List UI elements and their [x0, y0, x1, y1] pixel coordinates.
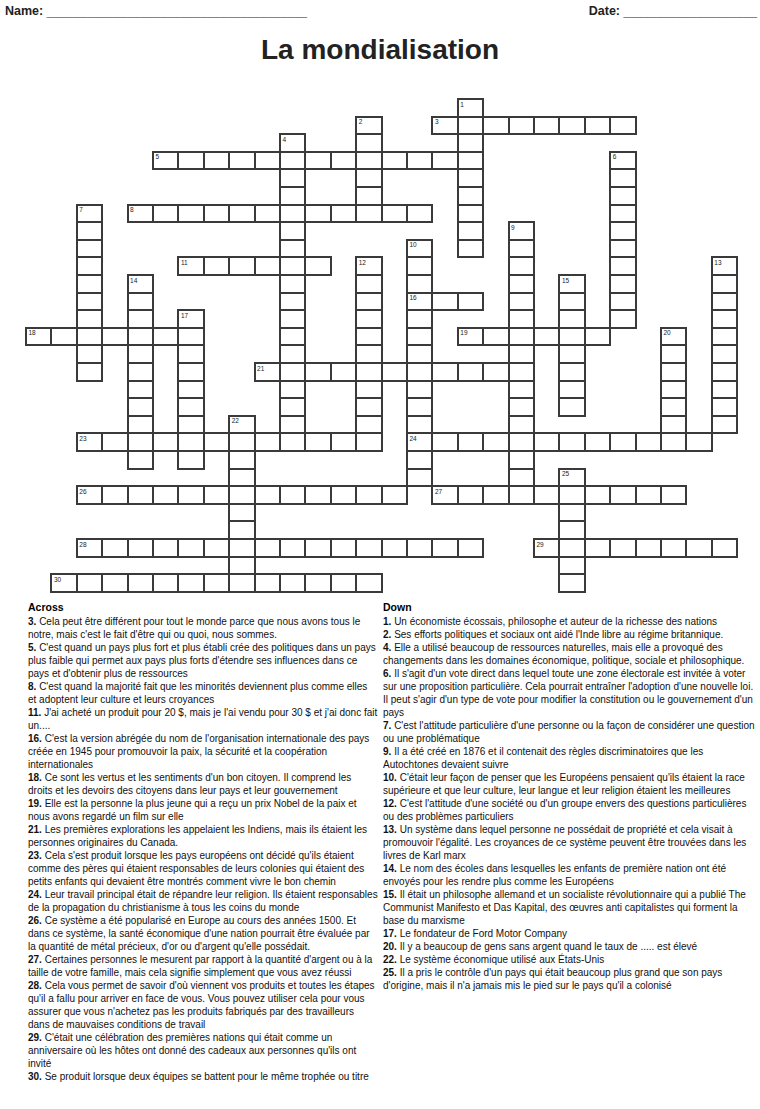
grid-cell[interactable]	[609, 485, 636, 505]
grid-cell[interactable]	[228, 256, 255, 276]
grid-cell[interactable]	[406, 151, 433, 171]
clue-list-number: 10.	[383, 772, 400, 783]
clue-list-number: 16.	[28, 733, 45, 744]
across-clue-21: 21. Les premières explorations les appel…	[28, 823, 378, 849]
grid-cell[interactable]	[177, 573, 204, 593]
across-clue-19: 19. Elle est la personne la plus jeune q…	[28, 797, 378, 823]
clue-list-number: 11.	[28, 707, 44, 718]
grid-cell[interactable]	[203, 485, 230, 505]
clue-list-number: 23.	[28, 850, 45, 861]
grid-cell[interactable]	[203, 256, 230, 276]
grid-cell[interactable]	[508, 485, 535, 505]
grid-cell[interactable]	[584, 116, 611, 136]
grid-cell[interactable]	[457, 432, 484, 452]
clue-list-number: 20.	[383, 941, 400, 952]
grid-cell[interactable]	[584, 432, 611, 452]
grid-cell[interactable]	[279, 538, 306, 558]
across-clue-28: 28. Cela vous permet de savoir d'où vien…	[28, 979, 378, 1031]
grid-cell[interactable]	[431, 151, 458, 171]
grid-cell[interactable]	[304, 538, 331, 558]
grid-cell[interactable]	[254, 362, 281, 382]
grid-cell[interactable]	[101, 327, 128, 347]
clue-list-number: 19.	[28, 798, 45, 809]
grid-cell[interactable]	[558, 116, 585, 136]
grid-cell[interactable]	[279, 485, 306, 505]
down-clue-17: 17. Le fondateur de Ford Motor Company	[383, 927, 757, 940]
grid-cell[interactable]	[254, 485, 281, 505]
grid-cell[interactable]	[177, 151, 204, 171]
clue-list-number: 13.	[383, 824, 400, 835]
grid-cell[interactable]	[355, 485, 382, 505]
grid-cell[interactable]	[685, 432, 712, 452]
down-clue-2: 2. Ses efforts politiques et sociaux ont…	[383, 628, 757, 641]
clue-list-number: 6.	[383, 668, 394, 679]
grid-cell[interactable]	[457, 292, 484, 312]
grid-cell[interactable]	[127, 450, 154, 470]
grid-cell[interactable]	[609, 116, 636, 136]
grid-cell[interactable]	[406, 538, 433, 558]
grid-cell[interactable]	[304, 573, 331, 593]
grid-cell[interactable]	[431, 538, 458, 558]
crossword-worksheet: { "header": { "name_label": "Name:", "na…	[0, 0, 760, 1109]
grid-cell[interactable]	[482, 362, 509, 382]
grid-cell[interactable]	[635, 485, 662, 505]
grid-cell[interactable]	[431, 116, 458, 136]
across-clue-27: 27. Certaines personnes le mesurent par …	[28, 953, 378, 979]
grid-cell[interactable]	[431, 485, 458, 505]
grid-cell[interactable]	[279, 432, 306, 452]
across-clue-24: 24. Leur travail principal était de répa…	[28, 888, 378, 914]
clue-list-number: 1.	[383, 616, 394, 627]
grid-cell[interactable]	[152, 485, 179, 505]
grid-cell[interactable]	[152, 538, 179, 558]
date-label: Date:	[589, 4, 620, 18]
grid-cell[interactable]	[355, 204, 382, 224]
across-clue-30: 30. Se produit lorsque deux équipes se b…	[28, 1070, 378, 1083]
clue-list-number: 30.	[28, 1071, 45, 1082]
name-label: Name:	[5, 4, 43, 18]
grid-cell[interactable]	[584, 327, 611, 347]
down-clue-12: 12. C'est l'attitude d'une société ou d'…	[383, 797, 757, 823]
grid-cell[interactable]	[711, 538, 738, 558]
across-clue-16: 16. C'est la version abrégée du nom de l…	[28, 732, 378, 771]
grid-cell[interactable]	[457, 485, 484, 505]
grid-cell[interactable]	[533, 432, 560, 452]
down-clue-7: 7. C'est l'attitude particulière d'une p…	[383, 719, 757, 745]
grid-cell[interactable]	[254, 573, 281, 593]
grid-cell[interactable]	[381, 362, 408, 382]
grid-cell[interactable]	[660, 432, 687, 452]
grid-cell[interactable]	[50, 573, 77, 593]
down-clue-25: 25. Il a pris le contrôle d'un pays qui …	[383, 966, 757, 992]
down-clues-column: Down 1. Un économiste écossais, philosop…	[383, 600, 757, 992]
clue-list-number: 2.	[383, 629, 394, 640]
grid-cell[interactable]	[533, 116, 560, 136]
grid-cell[interactable]	[635, 538, 662, 558]
grid-cell[interactable]	[127, 485, 154, 505]
grid-cell[interactable]	[228, 573, 255, 593]
grid-cell[interactable]	[304, 362, 331, 382]
grid-cell[interactable]	[381, 151, 408, 171]
grid-cell[interactable]	[228, 151, 255, 171]
clue-list-number: 14.	[383, 863, 400, 874]
across-clue-5: 5. C'est quand un pays plus fort et plus…	[28, 641, 378, 680]
grid-cell[interactable]	[355, 573, 382, 593]
grid-cell[interactable]	[177, 538, 204, 558]
grid-cell[interactable]	[127, 573, 154, 593]
grid-cell[interactable]	[558, 397, 585, 417]
crossword-grid: 1234567891011121314151617181920212223242…	[25, 98, 739, 593]
grid-cell[interactable]	[711, 415, 738, 435]
grid-cell[interactable]	[76, 362, 103, 382]
clue-list-number: 21.	[28, 824, 45, 835]
down-clue-22: 22. Le système économique utilisé aux Ét…	[383, 953, 757, 966]
grid-cell[interactable]	[533, 485, 560, 505]
grid-cell[interactable]	[330, 573, 357, 593]
down-clue-9: 9. Il a été créé en 1876 et il contenait…	[383, 745, 757, 771]
down-clue-20: 20. Il y a beaucoup de gens sans argent …	[383, 940, 757, 953]
grid-cell[interactable]	[508, 116, 535, 136]
grid-cell[interactable]	[76, 485, 103, 505]
grid-cell[interactable]	[76, 432, 103, 452]
down-clue-13: 13. Un système dans lequel personne ne p…	[383, 823, 757, 862]
grid-cell[interactable]	[177, 256, 204, 276]
grid-cell[interactable]	[152, 432, 179, 452]
grid-cell[interactable]	[152, 204, 179, 224]
across-clue-list: 3. Cela peut être différent pour tout le…	[28, 615, 378, 1083]
across-clues-column: Across 3. Cela peut être différent pour …	[28, 600, 378, 1083]
grid-cell[interactable]	[76, 573, 103, 593]
grid-cell[interactable]	[254, 538, 281, 558]
grid-cell[interactable]	[203, 432, 230, 452]
grid-cell[interactable]	[635, 432, 662, 452]
grid-cell[interactable]	[203, 573, 230, 593]
grid-cell[interactable]	[254, 256, 281, 276]
clue-list-number: 27.	[28, 954, 45, 965]
grid-cell[interactable]	[254, 432, 281, 452]
grid-cell[interactable]	[101, 432, 128, 452]
grid-cell[interactable]	[609, 309, 636, 329]
grid-cell[interactable]	[457, 362, 484, 382]
grid-cell[interactable]	[482, 327, 509, 347]
grid-cell[interactable]	[584, 485, 611, 505]
clue-list-number: 7.	[383, 720, 394, 731]
clue-list-number: 5.	[28, 642, 39, 653]
across-clue-23: 23. Cela s'est produit lorsque les pays …	[28, 849, 378, 888]
grid-cell[interactable]	[330, 432, 357, 452]
across-clue-18: 18. Ce sont les vertus et les sentiments…	[28, 771, 378, 797]
grid-cell[interactable]	[558, 573, 585, 593]
grid-cell[interactable]	[50, 327, 77, 347]
grid-cell[interactable]	[254, 151, 281, 171]
grid-cell[interactable]	[431, 432, 458, 452]
grid-cell[interactable]	[685, 538, 712, 558]
grid-cell[interactable]	[152, 151, 179, 171]
grid-cell[interactable]	[558, 432, 585, 452]
grid-cell[interactable]	[304, 485, 331, 505]
grid-cell[interactable]	[228, 204, 255, 224]
grid-cell[interactable]	[381, 485, 408, 505]
grid-cell[interactable]	[203, 204, 230, 224]
grid-cell[interactable]	[76, 538, 103, 558]
puzzle-title: La mondialisation	[0, 34, 760, 66]
grid-cell[interactable]	[152, 573, 179, 593]
grid-cell[interactable]	[152, 327, 179, 347]
grid-cell[interactable]	[330, 485, 357, 505]
grid-cell[interactable]	[406, 468, 433, 488]
grid-cell[interactable]	[457, 538, 484, 558]
grid-cell[interactable]	[203, 151, 230, 171]
down-clue-15: 15. Il était un philosophe allemand et u…	[383, 888, 757, 927]
grid-cell[interactable]	[279, 573, 306, 593]
clue-list-number: 28.	[28, 980, 45, 991]
grid-cell[interactable]	[355, 538, 382, 558]
grid-cell[interactable]	[660, 538, 687, 558]
grid-cell[interactable]	[101, 538, 128, 558]
grid-cell[interactable]	[25, 327, 52, 347]
grid-cell[interactable]	[533, 327, 560, 347]
clue-list-number: 18.	[28, 772, 45, 783]
grid-cell[interactable]	[482, 485, 509, 505]
down-clue-4: 4. Elle a utilisé beaucoup de ressources…	[383, 641, 757, 667]
grid-cell[interactable]	[101, 573, 128, 593]
clue-list-number: 15.	[383, 889, 400, 900]
grid-cell[interactable]	[127, 204, 154, 224]
grid-cell[interactable]	[406, 204, 433, 224]
grid-cell[interactable]	[304, 432, 331, 452]
down-clue-6: 6. Il s'agit d'un vote direct dans leque…	[383, 667, 757, 719]
across-clue-11: 11. J'ai acheté un produit pour 20 $, ma…	[28, 706, 378, 732]
grid-cell[interactable]	[381, 538, 408, 558]
clue-list-number: 4.	[383, 642, 394, 653]
grid-cell[interactable]	[101, 485, 128, 505]
across-header: Across	[28, 600, 378, 614]
grid-cell[interactable]	[203, 538, 230, 558]
clue-list-number: 26.	[28, 915, 45, 926]
grid-cell[interactable]	[609, 538, 636, 558]
grid-cell[interactable]	[431, 362, 458, 382]
grid-cell[interactable]	[482, 432, 509, 452]
grid-cell[interactable]	[177, 450, 204, 470]
grid-cell[interactable]	[304, 151, 331, 171]
grid-cell[interactable]	[127, 538, 154, 558]
date-blank-line[interactable]: ____________________	[624, 4, 757, 18]
across-clue-26: 26. Ce système a été popularisé en Europ…	[28, 914, 378, 953]
grid-cell[interactable]	[177, 485, 204, 505]
grid-cell[interactable]	[330, 362, 357, 382]
grid-cell[interactable]	[381, 204, 408, 224]
across-clue-8: 8. C'est quand la majorité fait que les …	[28, 680, 378, 706]
clue-list-number: 8.	[28, 681, 39, 692]
grid-cell[interactable]	[254, 204, 281, 224]
grid-cell[interactable]	[482, 116, 509, 136]
clue-list-number: 3.	[28, 616, 39, 627]
across-clue-29: 29. C'était une célébration des première…	[28, 1031, 378, 1070]
clue-list-number: 29.	[28, 1032, 45, 1043]
grid-cell[interactable]	[533, 538, 560, 558]
grid-cell[interactable]	[457, 327, 484, 347]
grid-cell[interactable]	[330, 151, 357, 171]
down-clue-list: 1. Un économiste écossais, philosophe et…	[383, 615, 757, 992]
grid-cell[interactable]	[304, 256, 331, 276]
clue-list-number: 24.	[28, 889, 45, 900]
grid-cell[interactable]	[330, 204, 357, 224]
grid-cell[interactable]	[355, 432, 382, 452]
grid-cell[interactable]	[584, 538, 611, 558]
name-blank-line[interactable]: _______________________________________	[47, 4, 307, 18]
grid-cell[interactable]	[304, 204, 331, 224]
down-clue-14: 14. Le nom des écoles dans lesquelles le…	[383, 862, 757, 888]
grid-cell[interactable]	[609, 432, 636, 452]
grid-cell[interactable]	[177, 204, 204, 224]
clue-list-number: 12.	[383, 798, 400, 809]
clue-list-number: 25.	[383, 967, 400, 978]
clue-list-number: 17.	[383, 928, 400, 939]
clue-list-number: 22.	[383, 954, 400, 965]
across-clue-3: 3. Cela peut être différent pour tout le…	[28, 615, 378, 641]
grid-cell[interactable]	[457, 239, 484, 259]
down-clue-10: 10. C'était leur façon de penser que les…	[383, 771, 757, 797]
grid-cell[interactable]	[330, 538, 357, 558]
down-clue-1: 1. Un économiste écossais, philosophe et…	[383, 615, 757, 628]
grid-cell[interactable]	[431, 292, 458, 312]
grid-cell[interactable]	[660, 485, 687, 505]
clue-list-number: 9.	[383, 746, 394, 757]
down-header: Down	[383, 600, 757, 614]
